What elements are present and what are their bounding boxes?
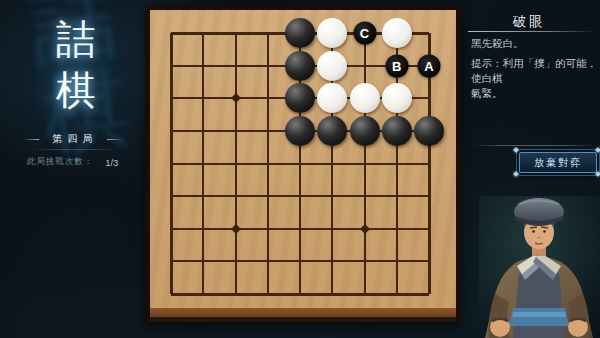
puzzle-title-calligraphy: 詰棋 [53,14,99,116]
attempts-value: 1/3 [105,157,118,168]
button-corner-ornament [513,147,519,153]
black-stone [414,116,444,146]
black-stone [285,116,315,146]
go-board: ABC [145,5,461,322]
white-stone [382,18,412,48]
hint-text: 提示：利用「撲」的可能，使白棋 氣緊。 [471,56,599,101]
npc-portrait-image [479,196,600,338]
grid-line-horizontal [171,163,429,165]
button-corner-ornament [513,171,519,177]
board-grid[interactable]: ABC [171,33,429,294]
grid-line-horizontal [171,228,429,230]
attempts-label: 此局挑戰次數： [27,156,94,168]
puzzle-type-title: 破眼 [465,13,593,31]
move-option-b[interactable]: B [385,54,408,77]
black-stone [317,116,347,146]
panel-divider [473,145,595,146]
white-stone [350,83,380,113]
grid-line-vertical [364,33,366,294]
board-shelf [150,308,456,317]
title-underline [468,31,596,32]
black-stone [285,83,315,113]
black-stone [285,18,315,48]
move-option-c[interactable]: C [353,22,376,45]
round-row: 第四局 [0,132,145,146]
objective-text: 黑先殺白。 [471,36,597,51]
black-stone [382,116,412,146]
white-stone [317,18,347,48]
black-stone [350,116,380,146]
give-up-button[interactable]: 放棄對弈 [519,152,597,173]
white-stone [317,51,347,81]
black-stone [285,51,315,81]
button-corner-ornament [595,171,600,177]
ornament-line-right [107,139,124,140]
star-point [360,224,370,234]
grid-line-horizontal [171,293,429,296]
move-option-a[interactable]: A [418,54,441,77]
ornament-line-left [22,139,39,140]
grid-line-horizontal [171,195,429,197]
white-stone [317,83,347,113]
puzzle-sidebar: 詰棋 詰棋 第四局 此局挑戰次數： 1/3 [0,0,145,338]
white-stone [382,83,412,113]
round-label: 第四局 [48,132,98,146]
star-point [231,93,241,103]
sidebar-divider [30,149,118,150]
star-point [231,224,241,234]
game-screen: 詰棋 詰棋 第四局 此局挑戰次數： 1/3 ABC 破眼 黑先殺白。 提示：利用… [0,0,600,338]
board-base [150,317,456,322]
grid-line-horizontal [171,260,429,262]
npc-portrait [479,196,600,338]
attempts-row: 此局挑戰次數： 1/3 [0,156,145,168]
